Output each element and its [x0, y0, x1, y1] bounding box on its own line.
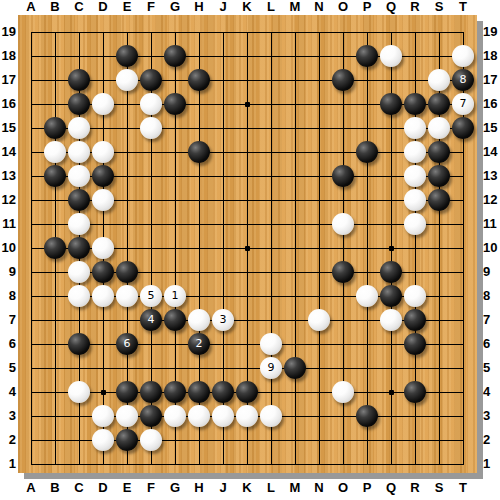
- stone-black-Q8: [380, 285, 402, 307]
- col-label-top-D: D: [91, 0, 115, 14]
- stone-black-H4: [188, 381, 210, 403]
- stone-black-T15: [452, 117, 474, 139]
- col-label-bottom-Q: Q: [379, 481, 403, 495]
- col-label-top-Q: Q: [379, 0, 403, 14]
- stone-black-G16: [164, 93, 186, 115]
- col-label-bottom-D: D: [91, 481, 115, 495]
- stone-black-R6: [404, 333, 426, 355]
- stone-black-Q16: [380, 93, 402, 115]
- stone-black-D13: [92, 165, 114, 187]
- row-label-left-9: 9: [0, 265, 16, 279]
- go-game-screenshot: ABCDEFGHJKLMNOPQRST ABCDEFGHJKLMNOPQRST …: [0, 0, 500, 500]
- stone-black-S16: [428, 93, 450, 115]
- stone-black-E2: [116, 429, 138, 451]
- stone-black-P18: [356, 45, 378, 67]
- col-label-top-R: R: [403, 0, 427, 14]
- col-label-top-L: L: [259, 0, 283, 14]
- row-label-right-1: 1: [483, 457, 500, 471]
- stone-black-E4: [116, 381, 138, 403]
- row-label-right-13: 13: [483, 169, 500, 183]
- stone-white-C8: [68, 285, 90, 307]
- stone-black-H17: [188, 69, 210, 91]
- stone-white-O11: [332, 213, 354, 235]
- row-label-left-10: 10: [0, 241, 16, 255]
- row-label-left-12: 12: [0, 193, 16, 207]
- star-point-K10: [245, 246, 250, 251]
- stone-black-O13: [332, 165, 354, 187]
- col-label-bottom-P: P: [355, 481, 379, 495]
- row-label-left-19: 19: [0, 25, 16, 39]
- col-label-bottom-B: B: [43, 481, 67, 495]
- stone-black-K4: [236, 381, 258, 403]
- col-label-bottom-A: A: [19, 481, 43, 495]
- stone-black-B15: [44, 117, 66, 139]
- stone-white-C9: [68, 261, 90, 283]
- row-label-right-6: 6: [483, 337, 500, 351]
- stone-black-M5: [284, 357, 306, 379]
- stone-white-C4: [68, 381, 90, 403]
- stone-white-F15: [140, 117, 162, 139]
- row-label-left-6: 6: [0, 337, 16, 351]
- stone-black-C16: [68, 93, 90, 115]
- col-label-bottom-H: H: [187, 481, 211, 495]
- row-label-right-8: 8: [483, 289, 500, 303]
- stone-black-F7-move-4: 4: [140, 309, 162, 331]
- stone-white-J3: [212, 405, 234, 427]
- star-point-K16: [245, 102, 250, 107]
- stone-black-R4: [404, 381, 426, 403]
- row-label-left-17: 17: [0, 73, 16, 87]
- stone-black-B10: [44, 237, 66, 259]
- row-label-left-7: 7: [0, 313, 16, 327]
- row-label-left-3: 3: [0, 409, 16, 423]
- col-label-top-G: G: [163, 0, 187, 14]
- row-label-right-4: 4: [483, 385, 500, 399]
- stone-black-P14: [356, 141, 378, 163]
- stone-black-F17: [140, 69, 162, 91]
- row-label-right-7: 7: [483, 313, 500, 327]
- stone-black-S13: [428, 165, 450, 187]
- row-label-left-8: 8: [0, 289, 16, 303]
- col-label-top-E: E: [115, 0, 139, 14]
- stone-black-G7: [164, 309, 186, 331]
- star-point-Q4: [389, 390, 394, 395]
- stone-white-N7: [308, 309, 330, 331]
- col-label-bottom-N: N: [307, 481, 331, 495]
- stone-white-C14: [68, 141, 90, 163]
- stone-white-J7-move-3: 3: [212, 309, 234, 331]
- stone-white-D14: [92, 141, 114, 163]
- col-label-top-O: O: [331, 0, 355, 14]
- row-label-right-17: 17: [483, 73, 500, 87]
- stone-white-D3: [92, 405, 114, 427]
- stone-white-O4: [332, 381, 354, 403]
- stone-white-P8: [356, 285, 378, 307]
- stone-black-F4: [140, 381, 162, 403]
- col-label-top-K: K: [235, 0, 259, 14]
- col-label-top-J: J: [211, 0, 235, 14]
- stone-white-L3: [260, 405, 282, 427]
- stone-black-E6-move-6: 6: [116, 333, 138, 355]
- stone-white-S15: [428, 117, 450, 139]
- stone-white-D2: [92, 429, 114, 451]
- row-label-left-14: 14: [0, 145, 16, 159]
- row-label-right-5: 5: [483, 361, 500, 375]
- row-label-left-18: 18: [0, 49, 16, 63]
- col-label-bottom-R: R: [403, 481, 427, 495]
- stone-white-R14: [404, 141, 426, 163]
- stone-black-T17-move-8: 8: [452, 69, 474, 91]
- row-label-right-18: 18: [483, 49, 500, 63]
- stone-white-R8: [404, 285, 426, 307]
- stone-white-T16-move-7: 7: [452, 93, 474, 115]
- col-label-top-H: H: [187, 0, 211, 14]
- stone-black-C10: [68, 237, 90, 259]
- col-label-top-B: B: [43, 0, 67, 14]
- col-label-top-C: C: [67, 0, 91, 14]
- stone-black-E18: [116, 45, 138, 67]
- stone-white-L6: [260, 333, 282, 355]
- stone-black-H6-move-2: 2: [188, 333, 210, 355]
- stone-black-E9: [116, 261, 138, 283]
- col-label-top-F: F: [139, 0, 163, 14]
- stone-black-G18: [164, 45, 186, 67]
- stone-white-Q18: [380, 45, 402, 67]
- stone-white-R11: [404, 213, 426, 235]
- row-label-right-19: 19: [483, 25, 500, 39]
- stone-black-C12: [68, 189, 90, 211]
- row-label-right-16: 16: [483, 97, 500, 111]
- col-label-bottom-T: T: [451, 481, 475, 495]
- row-label-left-11: 11: [0, 217, 16, 231]
- stone-white-R12: [404, 189, 426, 211]
- stone-black-R16: [404, 93, 426, 115]
- stone-white-G3: [164, 405, 186, 427]
- row-label-right-15: 15: [483, 121, 500, 135]
- row-label-right-11: 11: [483, 217, 500, 231]
- col-label-top-N: N: [307, 0, 331, 14]
- stone-white-H7: [188, 309, 210, 331]
- stone-black-C17: [68, 69, 90, 91]
- row-label-left-1: 1: [0, 457, 16, 471]
- col-label-bottom-S: S: [427, 481, 451, 495]
- col-label-bottom-C: C: [67, 481, 91, 495]
- col-label-top-S: S: [427, 0, 451, 14]
- stone-black-F3: [140, 405, 162, 427]
- stone-black-O9: [332, 261, 354, 283]
- stone-white-S17: [428, 69, 450, 91]
- col-label-top-A: A: [19, 0, 43, 14]
- col-label-bottom-O: O: [331, 481, 355, 495]
- stone-black-H14: [188, 141, 210, 163]
- stone-white-Q7: [380, 309, 402, 331]
- col-label-bottom-F: F: [139, 481, 163, 495]
- stone-white-T18: [452, 45, 474, 67]
- star-point-D4: [101, 390, 106, 395]
- col-label-top-T: T: [451, 0, 475, 14]
- stone-white-K3: [236, 405, 258, 427]
- stone-white-F8-move-5: 5: [140, 285, 162, 307]
- row-label-right-2: 2: [483, 433, 500, 447]
- row-label-left-2: 2: [0, 433, 16, 447]
- stone-black-P3: [356, 405, 378, 427]
- stone-white-C15: [68, 117, 90, 139]
- stone-white-R15: [404, 117, 426, 139]
- stone-black-Q9: [380, 261, 402, 283]
- stone-black-G4: [164, 381, 186, 403]
- stone-white-C13: [68, 165, 90, 187]
- stone-black-J4: [212, 381, 234, 403]
- row-label-right-3: 3: [483, 409, 500, 423]
- stone-white-E8: [116, 285, 138, 307]
- row-label-right-14: 14: [483, 145, 500, 159]
- stone-white-H3: [188, 405, 210, 427]
- col-label-top-P: P: [355, 0, 379, 14]
- row-label-left-16: 16: [0, 97, 16, 111]
- stone-white-R13: [404, 165, 426, 187]
- row-label-right-10: 10: [483, 241, 500, 255]
- stone-black-O17: [332, 69, 354, 91]
- stone-white-D16: [92, 93, 114, 115]
- row-label-left-13: 13: [0, 169, 16, 183]
- stone-black-B13: [44, 165, 66, 187]
- row-label-left-15: 15: [0, 121, 16, 135]
- col-label-bottom-G: G: [163, 481, 187, 495]
- stone-white-B14: [44, 141, 66, 163]
- stone-black-S14: [428, 141, 450, 163]
- go-board[interactable]: 875143629: [18, 15, 477, 473]
- stone-black-C6: [68, 333, 90, 355]
- row-label-right-9: 9: [483, 265, 500, 279]
- row-label-left-5: 5: [0, 361, 16, 375]
- col-label-bottom-K: K: [235, 481, 259, 495]
- col-label-bottom-J: J: [211, 481, 235, 495]
- stone-white-G8-move-1: 1: [164, 285, 186, 307]
- stone-white-D8: [92, 285, 114, 307]
- stone-white-E17: [116, 69, 138, 91]
- stone-white-E3: [116, 405, 138, 427]
- stone-black-D9: [92, 261, 114, 283]
- row-label-left-4: 4: [0, 385, 16, 399]
- stone-black-R7: [404, 309, 426, 331]
- col-label-bottom-L: L: [259, 481, 283, 495]
- row-label-right-12: 12: [483, 193, 500, 207]
- stone-white-C11: [68, 213, 90, 235]
- col-label-top-M: M: [283, 0, 307, 14]
- stone-white-F16: [140, 93, 162, 115]
- stone-white-F2: [140, 429, 162, 451]
- col-label-bottom-M: M: [283, 481, 307, 495]
- col-label-bottom-E: E: [115, 481, 139, 495]
- stone-white-L5-move-9: 9: [260, 357, 282, 379]
- stone-white-D10: [92, 237, 114, 259]
- stone-white-D12: [92, 189, 114, 211]
- star-point-Q10: [389, 246, 394, 251]
- stone-black-S12: [428, 189, 450, 211]
